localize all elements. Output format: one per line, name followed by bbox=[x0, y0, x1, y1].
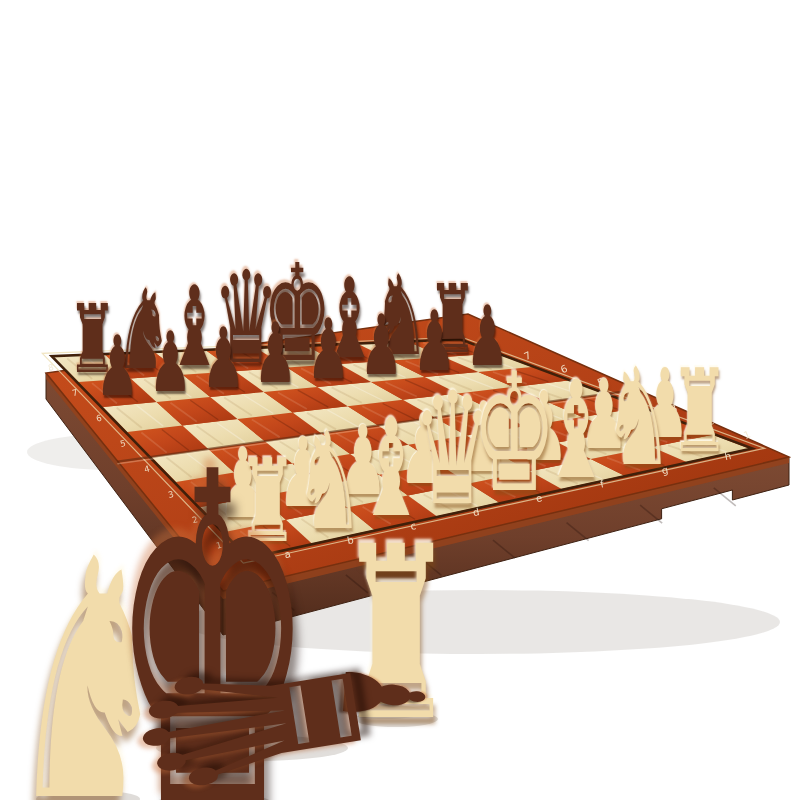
foreground-pieces-layer: ♞♚♛♟♜ bbox=[0, 0, 800, 800]
chess-set-product-photo: abcdefgh1234567812345678 ♜♞♝♛♚♝♞♜♟♟♟♟♟♟♟… bbox=[0, 0, 800, 800]
